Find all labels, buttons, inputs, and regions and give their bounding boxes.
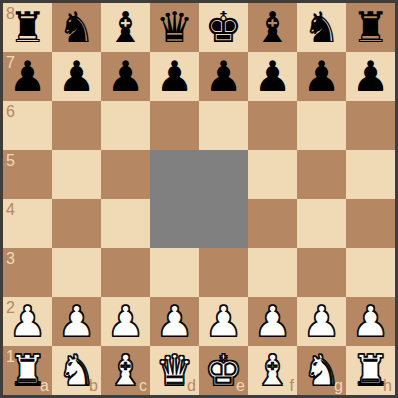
square-d2[interactable]: ♟ <box>150 297 199 346</box>
black-pawn[interactable]: ♟ <box>3 52 52 101</box>
square-b7[interactable]: ♟ <box>52 52 101 101</box>
white-rook[interactable]: ♜ <box>3 346 52 395</box>
square-a6[interactable]: 6 <box>3 101 52 150</box>
square-d7[interactable]: ♟ <box>150 52 199 101</box>
square-g2[interactable]: ♟ <box>297 297 346 346</box>
square-a8[interactable]: 8♜ <box>3 3 52 52</box>
square-c3[interactable] <box>101 248 150 297</box>
black-rook[interactable]: ♜ <box>346 3 395 52</box>
square-c7[interactable]: ♟ <box>101 52 150 101</box>
square-f8[interactable]: ♝ <box>248 3 297 52</box>
white-pawn[interactable]: ♟ <box>3 297 52 346</box>
rank-label-3: 3 <box>6 251 15 267</box>
square-a5[interactable]: 5 <box>3 150 52 199</box>
black-queen[interactable]: ♛ <box>150 3 199 52</box>
square-d3[interactable] <box>150 248 199 297</box>
square-a1[interactable]: 1a♜ <box>3 346 52 395</box>
square-b4[interactable] <box>52 199 101 248</box>
square-d6[interactable] <box>150 101 199 150</box>
square-g4[interactable] <box>297 199 346 248</box>
white-queen[interactable]: ♛ <box>150 346 199 395</box>
square-b8[interactable]: ♞ <box>52 3 101 52</box>
square-g3[interactable] <box>297 248 346 297</box>
white-rook[interactable]: ♜ <box>346 346 395 395</box>
white-bishop[interactable]: ♝ <box>248 346 297 395</box>
rank-label-6: 6 <box>6 104 15 120</box>
square-h3[interactable] <box>346 248 395 297</box>
square-e8[interactable]: ♚ <box>199 3 248 52</box>
square-c1[interactable]: c♝ <box>101 346 150 395</box>
chess-board: 8♜♞♝♛♚♝♞♜7♟♟♟♟♟♟♟♟65432♟♟♟♟♟♟♟♟1a♜b♞c♝d♛… <box>3 3 395 395</box>
gray-overlay-e4 <box>199 199 248 248</box>
square-e1[interactable]: e♚ <box>199 346 248 395</box>
square-f6[interactable] <box>248 101 297 150</box>
black-rook[interactable]: ♜ <box>3 3 52 52</box>
black-pawn[interactable]: ♟ <box>52 52 101 101</box>
gray-overlay-d4 <box>150 199 199 248</box>
square-a3[interactable]: 3 <box>3 248 52 297</box>
square-f1[interactable]: f♝ <box>248 346 297 395</box>
square-b1[interactable]: b♞ <box>52 346 101 395</box>
black-pawn[interactable]: ♟ <box>199 52 248 101</box>
square-f4[interactable] <box>248 199 297 248</box>
square-b3[interactable] <box>52 248 101 297</box>
square-g8[interactable]: ♞ <box>297 3 346 52</box>
square-e2[interactable]: ♟ <box>199 297 248 346</box>
square-d8[interactable]: ♛ <box>150 3 199 52</box>
white-pawn[interactable]: ♟ <box>150 297 199 346</box>
square-f2[interactable]: ♟ <box>248 297 297 346</box>
square-h6[interactable] <box>346 101 395 150</box>
square-h5[interactable] <box>346 150 395 199</box>
square-a7[interactable]: 7♟ <box>3 52 52 101</box>
square-b5[interactable] <box>52 150 101 199</box>
black-king[interactable]: ♚ <box>199 3 248 52</box>
black-pawn[interactable]: ♟ <box>297 52 346 101</box>
chess-board-frame: 8♜♞♝♛♚♝♞♜7♟♟♟♟♟♟♟♟65432♟♟♟♟♟♟♟♟1a♜b♞c♝d♛… <box>0 0 398 398</box>
white-pawn[interactable]: ♟ <box>297 297 346 346</box>
square-b2[interactable]: ♟ <box>52 297 101 346</box>
black-pawn[interactable]: ♟ <box>101 52 150 101</box>
rank-label-5: 5 <box>6 153 15 169</box>
square-d5[interactable] <box>150 150 199 199</box>
white-pawn[interactable]: ♟ <box>199 297 248 346</box>
square-a2[interactable]: 2♟ <box>3 297 52 346</box>
white-king[interactable]: ♚ <box>199 346 248 395</box>
square-h7[interactable]: ♟ <box>346 52 395 101</box>
white-knight[interactable]: ♞ <box>52 346 101 395</box>
white-pawn[interactable]: ♟ <box>248 297 297 346</box>
square-g7[interactable]: ♟ <box>297 52 346 101</box>
black-bishop[interactable]: ♝ <box>248 3 297 52</box>
rank-label-4: 4 <box>6 202 15 218</box>
square-d4[interactable] <box>150 199 199 248</box>
square-h4[interactable] <box>346 199 395 248</box>
square-e4[interactable] <box>199 199 248 248</box>
square-g1[interactable]: g♞ <box>297 346 346 395</box>
square-c8[interactable]: ♝ <box>101 3 150 52</box>
square-h2[interactable]: ♟ <box>346 297 395 346</box>
black-bishop[interactable]: ♝ <box>101 3 150 52</box>
square-b6[interactable] <box>52 101 101 150</box>
gray-overlay-e5 <box>199 150 248 199</box>
black-pawn[interactable]: ♟ <box>346 52 395 101</box>
black-pawn[interactable]: ♟ <box>248 52 297 101</box>
square-e7[interactable]: ♟ <box>199 52 248 101</box>
square-e5[interactable] <box>199 150 248 199</box>
black-pawn[interactable]: ♟ <box>150 52 199 101</box>
square-c4[interactable] <box>101 199 150 248</box>
square-h8[interactable]: ♜ <box>346 3 395 52</box>
white-pawn[interactable]: ♟ <box>346 297 395 346</box>
square-h1[interactable]: h♜ <box>346 346 395 395</box>
square-d1[interactable]: d♛ <box>150 346 199 395</box>
square-f5[interactable] <box>248 150 297 199</box>
white-knight[interactable]: ♞ <box>297 346 346 395</box>
square-c2[interactable]: ♟ <box>101 297 150 346</box>
gray-overlay-d5 <box>150 150 199 199</box>
square-f7[interactable]: ♟ <box>248 52 297 101</box>
square-a4[interactable]: 4 <box>3 199 52 248</box>
square-g5[interactable] <box>297 150 346 199</box>
square-e6[interactable] <box>199 101 248 150</box>
square-e3[interactable] <box>199 248 248 297</box>
square-f3[interactable] <box>248 248 297 297</box>
black-knight[interactable]: ♞ <box>52 3 101 52</box>
white-pawn[interactable]: ♟ <box>101 297 150 346</box>
white-bishop[interactable]: ♝ <box>101 346 150 395</box>
square-c5[interactable] <box>101 150 150 199</box>
square-c6[interactable] <box>101 101 150 150</box>
white-pawn[interactable]: ♟ <box>52 297 101 346</box>
square-g6[interactable] <box>297 101 346 150</box>
black-knight[interactable]: ♞ <box>297 3 346 52</box>
